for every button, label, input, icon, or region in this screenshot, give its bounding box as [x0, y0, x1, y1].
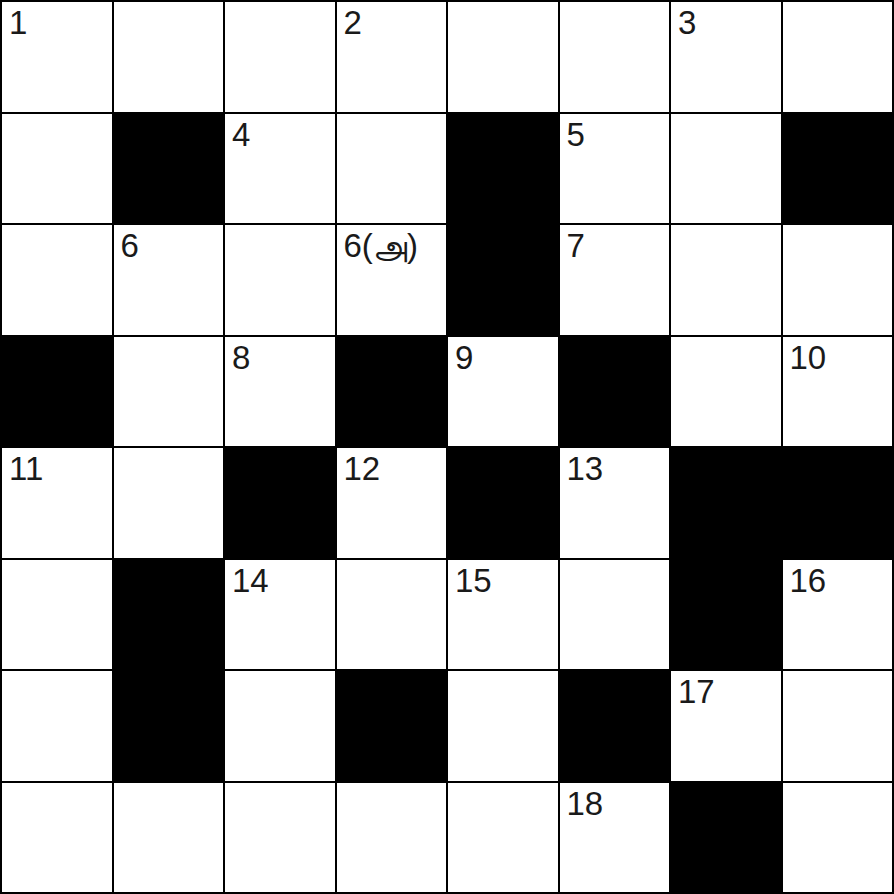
clue-number: 3: [678, 4, 696, 42]
clue-number: 8: [232, 339, 250, 377]
clue-number: 10: [790, 339, 827, 377]
cell-r8c8[interactable]: [783, 783, 893, 893]
cell-r6c8[interactable]: 16: [783, 560, 893, 670]
block-cell-r6c2: [114, 560, 224, 670]
clue-number: 5: [567, 116, 585, 154]
cell-r7c8[interactable]: [783, 671, 893, 781]
cell-r8c1[interactable]: [2, 783, 112, 893]
cell-r6c1[interactable]: [2, 560, 112, 670]
cell-r3c6[interactable]: 7: [560, 225, 670, 335]
cell-r3c7[interactable]: [671, 225, 781, 335]
cell-r4c7[interactable]: [671, 337, 781, 447]
clue-number: 6: [121, 227, 139, 265]
cell-r5c1[interactable]: 11: [2, 448, 112, 558]
cell-r8c2[interactable]: [114, 783, 224, 893]
cell-r1c4[interactable]: 2: [337, 2, 447, 112]
block-cell-r2c2: [114, 114, 224, 224]
cell-r7c1[interactable]: [2, 671, 112, 781]
block-cell-r2c8: [783, 114, 893, 224]
clue-number: 12: [344, 450, 381, 488]
cell-r1c2[interactable]: [114, 2, 224, 112]
clue-number: 16: [790, 562, 827, 600]
cell-r8c5[interactable]: [448, 783, 558, 893]
block-cell-r7c6: [560, 671, 670, 781]
clue-number: 9: [455, 339, 473, 377]
cell-r3c8[interactable]: [783, 225, 893, 335]
cell-r3c2[interactable]: 6: [114, 225, 224, 335]
clue-number: 17: [678, 673, 715, 711]
cell-r2c1[interactable]: [2, 114, 112, 224]
cell-r3c1[interactable]: [2, 225, 112, 335]
block-cell-r3c5: [448, 225, 558, 335]
clue-number: 15: [455, 562, 492, 600]
cell-r8c6[interactable]: 18: [560, 783, 670, 893]
block-cell-r5c3: [225, 448, 335, 558]
clue-number: 13: [567, 450, 604, 488]
cell-r3c4[interactable]: 6(அ): [337, 225, 447, 335]
cell-r6c5[interactable]: 15: [448, 560, 558, 670]
cell-r2c3[interactable]: 4: [225, 114, 335, 224]
clue-number: 2: [344, 4, 362, 42]
block-cell-r5c7: [671, 448, 781, 558]
clue-number: 6(அ): [344, 227, 419, 265]
cell-r5c6[interactable]: 13: [560, 448, 670, 558]
cell-r4c3[interactable]: 8: [225, 337, 335, 447]
block-cell-r4c1: [2, 337, 112, 447]
block-cell-r6c7: [671, 560, 781, 670]
cell-r4c5[interactable]: 9: [448, 337, 558, 447]
cell-r6c3[interactable]: 14: [225, 560, 335, 670]
block-cell-r2c5: [448, 114, 558, 224]
cell-r6c6[interactable]: [560, 560, 670, 670]
cell-r4c8[interactable]: 10: [783, 337, 893, 447]
cell-r1c7[interactable]: 3: [671, 2, 781, 112]
block-cell-r4c4: [337, 337, 447, 447]
block-cell-r5c5: [448, 448, 558, 558]
cell-r1c3[interactable]: [225, 2, 335, 112]
cell-r1c8[interactable]: [783, 2, 893, 112]
clue-number: 11: [9, 450, 43, 488]
block-cell-r7c4: [337, 671, 447, 781]
cell-r1c5[interactable]: [448, 2, 558, 112]
clue-number: 4: [232, 116, 250, 154]
cell-r4c2[interactable]: [114, 337, 224, 447]
clue-number: 7: [567, 227, 585, 265]
cell-r2c7[interactable]: [671, 114, 781, 224]
cell-r7c5[interactable]: [448, 671, 558, 781]
cell-r7c3[interactable]: [225, 671, 335, 781]
cell-r3c3[interactable]: [225, 225, 335, 335]
crossword-grid: 1234566(அ)789101112131415161718: [0, 0, 894, 894]
clue-number: 1: [9, 4, 27, 42]
cell-r2c4[interactable]: [337, 114, 447, 224]
cell-r7c7[interactable]: 17: [671, 671, 781, 781]
cell-r1c1[interactable]: 1: [2, 2, 112, 112]
block-cell-r5c8: [783, 448, 893, 558]
cell-r8c3[interactable]: [225, 783, 335, 893]
cell-r2c6[interactable]: 5: [560, 114, 670, 224]
block-cell-r7c2: [114, 671, 224, 781]
block-cell-r8c7: [671, 783, 781, 893]
cell-r8c4[interactable]: [337, 783, 447, 893]
cell-r1c6[interactable]: [560, 2, 670, 112]
block-cell-r4c6: [560, 337, 670, 447]
cell-r5c4[interactable]: 12: [337, 448, 447, 558]
clue-number: 14: [232, 562, 269, 600]
cell-r6c4[interactable]: [337, 560, 447, 670]
clue-number: 18: [567, 785, 604, 823]
cell-r5c2[interactable]: [114, 448, 224, 558]
